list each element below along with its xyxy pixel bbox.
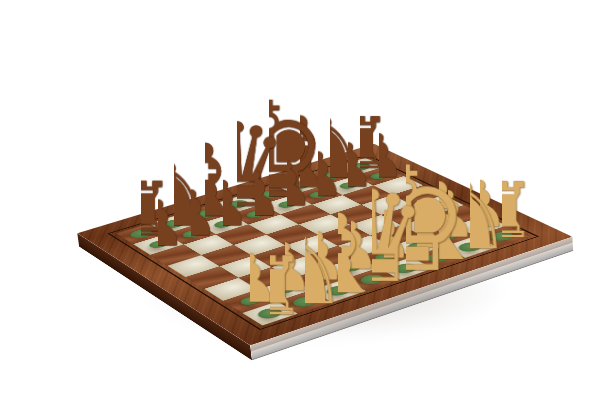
chess-board: ♜♟♞♟♝♟♚♟♛♟♝♟♟♞♜♟♟♜♞♟♟♝♟♚♟♛♟♝♟♞♟♜ <box>77 144 572 346</box>
scene: ♜♟♞♟♝♟♚♟♛♟♝♟♟♞♜♟♟♜♞♟♟♝♟♚♟♛♟♝♟♞♟♜ <box>0 0 600 400</box>
chess-set-photo: ♜♟♞♟♝♟♚♟♛♟♝♟♟♞♜♟♟♜♞♟♟♝♟♚♟♛♟♝♟♞♟♜ <box>0 0 600 400</box>
